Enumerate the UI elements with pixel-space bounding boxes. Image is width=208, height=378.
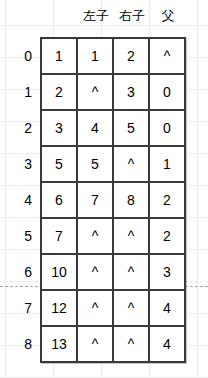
table-cell: 8 (113, 182, 149, 218)
table-cell: 2 (149, 218, 185, 254)
row-index-label: 4 (0, 182, 32, 218)
table-cell: 3 (149, 254, 185, 290)
table-cell: ^ (77, 74, 113, 110)
table-cell: 10 (41, 254, 77, 290)
column-header-left-child: 左子 (78, 4, 114, 28)
table-cell: 7 (41, 218, 77, 254)
tree-array-table: 1 1 2 ^ 2 ^ 3 0 3 4 5 0 5 5 ^ 1 6 7 8 2 … (40, 37, 186, 363)
row-index-column: 0 1 2 3 4 5 6 7 8 (0, 38, 32, 362)
table-cell: ^ (113, 146, 149, 182)
table-cell: 0 (149, 74, 185, 110)
table-cell: 7 (77, 182, 113, 218)
row-index-label: 3 (0, 146, 32, 182)
table-cell: ^ (113, 290, 149, 326)
table-cell: ^ (77, 290, 113, 326)
table-cell: ^ (77, 254, 113, 290)
table-cell: ^ (113, 326, 149, 362)
row-index-label: 6 (0, 254, 32, 290)
table-cell: 5 (113, 110, 149, 146)
table-cell: 2 (113, 38, 149, 74)
table-cell: 13 (41, 326, 77, 362)
table-cell: 5 (41, 146, 77, 182)
table-cell: 3 (113, 74, 149, 110)
table-cell: ^ (77, 326, 113, 362)
table-cell: 2 (149, 182, 185, 218)
table-cell: 1 (77, 38, 113, 74)
table-cell: ^ (77, 218, 113, 254)
worksheet-canvas: 左子 右子 父 0 1 2 3 4 5 6 7 8 1 1 2 ^ 2 ^ 3 … (0, 0, 208, 378)
table-cell: 4 (149, 326, 185, 362)
table-cell: 5 (77, 146, 113, 182)
table-cell: 1 (149, 146, 185, 182)
row-index-label: 7 (0, 290, 32, 326)
column-header-right-child: 右子 (114, 4, 150, 28)
table-cell: 12 (41, 290, 77, 326)
table-cell: 1 (41, 38, 77, 74)
table-cell: ^ (149, 38, 185, 74)
row-index-label: 5 (0, 218, 32, 254)
table-cell: ^ (113, 254, 149, 290)
table-cell: 4 (77, 110, 113, 146)
table-cell: ^ (113, 218, 149, 254)
table-cell: 2 (41, 74, 77, 110)
table-cell: 6 (41, 182, 77, 218)
table-cell: 0 (149, 110, 185, 146)
row-index-label: 2 (0, 110, 32, 146)
table-cell: 4 (149, 290, 185, 326)
table-cell: 3 (41, 110, 77, 146)
column-header-parent: 父 (150, 4, 186, 28)
row-index-label: 1 (0, 74, 32, 110)
row-index-label: 0 (0, 38, 32, 74)
row-index-label: 8 (0, 326, 32, 362)
